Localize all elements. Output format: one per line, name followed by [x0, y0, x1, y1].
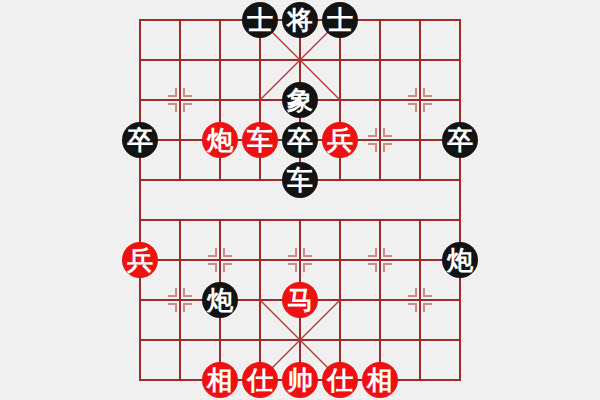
point-0-7[interactable] [120, 280, 160, 320]
piece-red-soldier[interactable]: 兵 [122, 242, 158, 278]
point-2-9[interactable]: 相 [200, 360, 240, 400]
point-1-1[interactable] [160, 40, 200, 80]
point-1-4[interactable] [160, 160, 200, 200]
point-2-2[interactable] [200, 80, 240, 120]
point-5-0[interactable]: 士 [320, 0, 360, 40]
point-5-4[interactable] [320, 160, 360, 200]
point-5-8[interactable] [320, 320, 360, 360]
point-2-3[interactable]: 炮 [200, 120, 240, 160]
point-4-4[interactable]: 车 [280, 160, 320, 200]
point-3-7[interactable] [240, 280, 280, 320]
point-7-8[interactable] [400, 320, 440, 360]
piece-black-soldier[interactable]: 卒 [122, 122, 158, 158]
piece-red-cannon[interactable]: 炮 [202, 122, 238, 158]
point-0-5[interactable] [120, 200, 160, 240]
piece-black-cannon[interactable]: 炮 [442, 242, 478, 278]
point-1-3[interactable] [160, 120, 200, 160]
point-3-4[interactable] [240, 160, 280, 200]
piece-red-elephant[interactable]: 相 [362, 362, 398, 398]
point-7-1[interactable] [400, 40, 440, 80]
point-6-9[interactable]: 相 [360, 360, 400, 400]
piece-black-elephant[interactable]: 象 [282, 82, 318, 118]
point-6-5[interactable] [360, 200, 400, 240]
point-3-1[interactable] [240, 40, 280, 80]
point-7-3[interactable] [400, 120, 440, 160]
point-0-3[interactable]: 卒 [120, 120, 160, 160]
point-5-3[interactable]: 兵 [320, 120, 360, 160]
point-6-0[interactable] [360, 0, 400, 40]
point-4-1[interactable] [280, 40, 320, 80]
point-8-2[interactable] [440, 80, 480, 120]
piece-red-chariot[interactable]: 车 [242, 122, 278, 158]
point-1-2[interactable] [160, 80, 200, 120]
point-8-3[interactable]: 卒 [440, 120, 480, 160]
point-7-6[interactable] [400, 240, 440, 280]
piece-black-advisor[interactable]: 士 [242, 2, 278, 38]
point-3-9[interactable]: 仕 [240, 360, 280, 400]
point-3-0[interactable]: 士 [240, 0, 280, 40]
point-1-9[interactable] [160, 360, 200, 400]
point-4-3[interactable]: 卒 [280, 120, 320, 160]
point-6-2[interactable] [360, 80, 400, 120]
point-5-2[interactable] [320, 80, 360, 120]
piece-red-advisor[interactable]: 仕 [322, 362, 358, 398]
point-0-2[interactable] [120, 80, 160, 120]
point-5-1[interactable] [320, 40, 360, 80]
point-0-1[interactable] [120, 40, 160, 80]
piece-black-soldier[interactable]: 卒 [442, 122, 478, 158]
point-0-8[interactable] [120, 320, 160, 360]
point-4-0[interactable]: 将 [280, 0, 320, 40]
piece-red-horse[interactable]: 马 [282, 282, 318, 318]
point-1-7[interactable] [160, 280, 200, 320]
point-8-5[interactable] [440, 200, 480, 240]
point-6-8[interactable] [360, 320, 400, 360]
point-4-7[interactable]: 马 [280, 280, 320, 320]
point-3-3[interactable]: 车 [240, 120, 280, 160]
point-3-8[interactable] [240, 320, 280, 360]
point-2-0[interactable] [200, 0, 240, 40]
xiangqi-board: 士将士象卒炮车卒兵卒车兵炮炮马相仕帅仕相 [0, 0, 600, 400]
point-2-4[interactable] [200, 160, 240, 200]
point-8-8[interactable] [440, 320, 480, 360]
piece-black-soldier[interactable]: 卒 [282, 122, 318, 158]
point-0-0[interactable] [120, 0, 160, 40]
piece-red-soldier[interactable]: 兵 [322, 122, 358, 158]
point-1-5[interactable] [160, 200, 200, 240]
point-7-7[interactable] [400, 280, 440, 320]
point-4-2[interactable]: 象 [280, 80, 320, 120]
point-2-6[interactable] [200, 240, 240, 280]
point-6-1[interactable] [360, 40, 400, 80]
point-2-1[interactable] [200, 40, 240, 80]
point-0-9[interactable] [120, 360, 160, 400]
piece-black-chariot[interactable]: 车 [282, 162, 318, 198]
point-2-7[interactable]: 炮 [200, 280, 240, 320]
point-5-9[interactable]: 仕 [320, 360, 360, 400]
piece-red-general[interactable]: 帅 [282, 362, 318, 398]
point-4-9[interactable]: 帅 [280, 360, 320, 400]
point-3-5[interactable] [240, 200, 280, 240]
point-5-7[interactable] [320, 280, 360, 320]
point-3-2[interactable] [240, 80, 280, 120]
point-6-6[interactable] [360, 240, 400, 280]
piece-black-general[interactable]: 将 [282, 2, 318, 38]
point-7-2[interactable] [400, 80, 440, 120]
point-5-6[interactable] [320, 240, 360, 280]
point-4-8[interactable] [280, 320, 320, 360]
point-0-4[interactable] [120, 160, 160, 200]
point-1-8[interactable] [160, 320, 200, 360]
point-8-1[interactable] [440, 40, 480, 80]
point-4-6[interactable] [280, 240, 320, 280]
point-8-6[interactable]: 炮 [440, 240, 480, 280]
point-1-0[interactable] [160, 0, 200, 40]
point-6-4[interactable] [360, 160, 400, 200]
point-7-9[interactable] [400, 360, 440, 400]
point-4-5[interactable] [280, 200, 320, 240]
piece-black-advisor[interactable]: 士 [322, 2, 358, 38]
piece-black-cannon[interactable]: 炮 [202, 282, 238, 318]
piece-red-elephant[interactable]: 相 [202, 362, 238, 398]
point-7-5[interactable] [400, 200, 440, 240]
point-8-4[interactable] [440, 160, 480, 200]
point-8-9[interactable] [440, 360, 480, 400]
point-2-5[interactable] [200, 200, 240, 240]
point-6-3[interactable] [360, 120, 400, 160]
board-grid: 士将士象卒炮车卒兵卒车兵炮炮马相仕帅仕相 [120, 0, 480, 400]
point-3-6[interactable] [240, 240, 280, 280]
point-8-0[interactable] [440, 0, 480, 40]
point-7-4[interactable] [400, 160, 440, 200]
point-6-7[interactable] [360, 280, 400, 320]
point-1-6[interactable] [160, 240, 200, 280]
piece-red-advisor[interactable]: 仕 [242, 362, 278, 398]
point-2-8[interactable] [200, 320, 240, 360]
point-7-0[interactable] [400, 0, 440, 40]
point-8-7[interactable] [440, 280, 480, 320]
point-0-6[interactable]: 兵 [120, 240, 160, 280]
point-5-5[interactable] [320, 200, 360, 240]
